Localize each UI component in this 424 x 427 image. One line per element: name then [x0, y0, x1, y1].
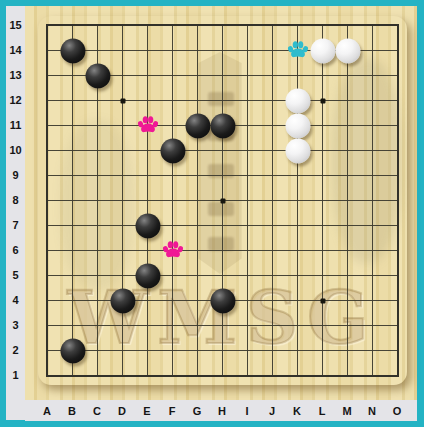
black-stone-C13[interactable]: [85, 63, 110, 88]
col-label-O: O: [387, 404, 408, 418]
row-label-10: 10: [6, 143, 25, 157]
column-coordinate-strip: ABCDEFGHIJKLMNO: [25, 400, 417, 421]
row-label-7: 7: [6, 218, 25, 232]
black-stone-D4[interactable]: [110, 288, 135, 313]
col-label-G: G: [187, 404, 208, 418]
black-stone-B14[interactable]: [60, 38, 85, 63]
col-label-N: N: [362, 404, 383, 418]
black-stone-G11[interactable]: [185, 113, 210, 138]
white-stone-K10[interactable]: [285, 138, 310, 163]
row-label-5: 5: [6, 268, 25, 282]
star-point-L12: [320, 98, 325, 103]
black-stone-E7[interactable]: [135, 213, 160, 238]
row-label-14: 14: [6, 43, 25, 57]
paw-icon: [136, 112, 160, 136]
go-app-window: WMSG 151413121110987654321 ABCDEFGHIJKLM…: [0, 0, 424, 427]
col-label-K: K: [287, 404, 308, 418]
white-stone-K11[interactable]: [285, 113, 310, 138]
col-label-L: L: [312, 404, 333, 418]
black-stone-E5[interactable]: [135, 263, 160, 288]
paw-marker-F6: [161, 237, 185, 261]
col-label-A: A: [37, 404, 58, 418]
row-label-9: 9: [6, 168, 25, 182]
row-label-1: 1: [6, 368, 25, 382]
col-label-J: J: [262, 404, 283, 418]
row-label-15: 15: [6, 18, 25, 32]
row-label-4: 4: [6, 293, 25, 307]
col-label-B: B: [62, 404, 83, 418]
paw-marker-K14: [286, 37, 310, 61]
paw-marker-E11: [136, 112, 160, 136]
row-label-13: 13: [6, 68, 25, 82]
row-label-3: 3: [6, 318, 25, 332]
col-label-D: D: [112, 404, 133, 418]
row-label-12: 12: [6, 93, 25, 107]
white-stone-M14[interactable]: [335, 38, 360, 63]
black-stone-H4[interactable]: [210, 288, 235, 313]
col-label-C: C: [87, 404, 108, 418]
paw-icon: [161, 237, 185, 261]
star-point-D12: [120, 98, 125, 103]
go-board-grid[interactable]: [47, 25, 398, 376]
col-label-H: H: [212, 404, 233, 418]
col-label-E: E: [137, 404, 158, 418]
col-label-F: F: [162, 404, 183, 418]
black-stone-B2[interactable]: [60, 338, 85, 363]
black-stone-H11[interactable]: [210, 113, 235, 138]
star-point-L4: [320, 298, 325, 303]
row-label-6: 6: [6, 243, 25, 257]
white-stone-K12[interactable]: [285, 88, 310, 113]
row-label-11: 11: [6, 118, 25, 132]
paw-icon: [286, 37, 310, 61]
row-coordinate-strip: 151413121110987654321: [6, 6, 25, 420]
black-stone-F10[interactable]: [160, 138, 185, 163]
col-label-M: M: [337, 404, 358, 418]
star-point-H8: [220, 198, 225, 203]
white-stone-L14[interactable]: [310, 38, 335, 63]
row-label-8: 8: [6, 193, 25, 207]
col-label-I: I: [237, 404, 258, 418]
row-label-2: 2: [6, 343, 25, 357]
